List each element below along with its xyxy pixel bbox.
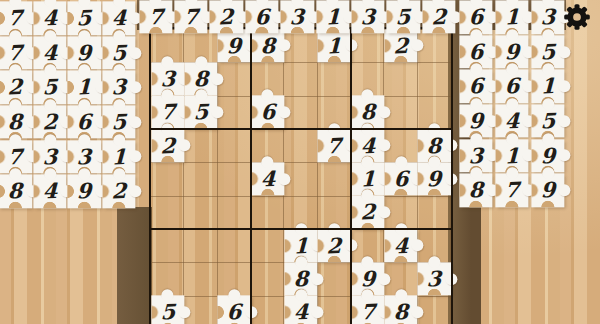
board-cell-r6c9[interactable] — [418, 196, 451, 229]
board-cell-r4c2[interactable] — [184, 129, 217, 162]
board-cell-r2c5[interactable] — [284, 62, 317, 95]
board-cell-r7c8[interactable]: 4 — [384, 229, 417, 262]
tray-left-piece[interactable]: 9 — [68, 175, 101, 208]
board-piece[interactable]: 6 — [218, 296, 251, 324]
board-cell-r9c5[interactable]: 4 — [284, 296, 317, 324]
tray-left-piece[interactable]: 2 — [102, 175, 135, 208]
board-cell-r9c4[interactable] — [251, 296, 284, 324]
board-cell-r6c2[interactable] — [184, 196, 217, 229]
board-cell-r8c6[interactable] — [318, 262, 351, 295]
piece-digit: 2 — [351, 195, 385, 229]
board-piece[interactable]: 3 — [418, 262, 451, 295]
piece-digit: 4 — [284, 295, 318, 324]
piece-digit: 2 — [210, 0, 244, 34]
tray-top-piece[interactable]: 7 — [174, 0, 207, 33]
piece-tray-top: 772631352 — [138, 0, 457, 34]
piece-digit: 5 — [184, 95, 218, 129]
tray-top-cell-r1c6: 1 — [315, 0, 350, 34]
piece-digit: 4 — [251, 162, 285, 196]
board-cell-r7c4[interactable] — [251, 229, 284, 262]
tray-top-piece[interactable]: 5 — [387, 0, 420, 33]
piece-digit: 8 — [384, 295, 418, 324]
piece-digit: 7 — [351, 295, 385, 324]
tray-top-cell-r1c7: 3 — [350, 0, 385, 34]
board-cell-r7c2[interactable] — [184, 229, 217, 262]
board-cell-r6c4[interactable] — [251, 196, 284, 229]
piece-digit: 1 — [316, 0, 350, 34]
piece-tray-right: 613695661945319879 — [458, 0, 566, 208]
tray-top-piece[interactable]: 3 — [351, 0, 384, 33]
board-piece[interactable]: 2 — [351, 196, 384, 229]
board-cell-r5c2[interactable] — [184, 162, 217, 195]
settings-button[interactable] — [561, 1, 593, 33]
board-piece[interactable]: 6 — [384, 162, 417, 195]
tray-left-cell-r6c1: 8 — [0, 174, 33, 209]
piece-digit: 4 — [33, 174, 67, 208]
board-cell-r5c5[interactable] — [284, 162, 317, 195]
tray-top-cell-r1c3: 2 — [209, 0, 244, 34]
board-piece[interactable]: 2 — [318, 229, 351, 262]
tray-top-piece[interactable]: 1 — [316, 0, 349, 33]
piece-digit: 7 — [139, 0, 173, 34]
piece-digit: 8 — [0, 174, 32, 208]
piece-digit: 3 — [280, 0, 314, 34]
tray-top-cell-r1c4: 6 — [244, 0, 279, 34]
board-cell-r6c7[interactable]: 2 — [351, 196, 384, 229]
piece-digit: 7 — [495, 173, 529, 207]
board-piece[interactable]: 8 — [384, 296, 417, 324]
tray-top-cell-r1c9: 2 — [421, 0, 456, 34]
board-piece[interactable]: 1 — [318, 29, 351, 62]
board-cell-r2c6[interactable] — [318, 62, 351, 95]
board-cell-r8c9[interactable]: 3 — [418, 262, 451, 295]
board-piece[interactable]: 4 — [251, 162, 284, 195]
tray-right-piece[interactable]: 9 — [531, 174, 564, 207]
tray-top-piece[interactable]: 2 — [210, 0, 243, 33]
piece-digit: 5 — [386, 0, 420, 34]
tray-right-piece[interactable]: 7 — [495, 174, 528, 207]
board-cell-r4c3[interactable] — [218, 129, 251, 162]
piece-digit: 7 — [317, 128, 351, 162]
tray-left-cell-r6c4: 2 — [102, 174, 137, 209]
board-cell-r5c8[interactable]: 6 — [384, 162, 417, 195]
board-cell-r2c9[interactable] — [418, 62, 451, 95]
game-screen: 981238756827484169212489356478 745474952… — [0, 0, 600, 324]
board-cell-r2c8[interactable] — [384, 62, 417, 95]
tray-top-piece[interactable]: 3 — [281, 0, 314, 33]
piece-digit: 2 — [102, 174, 136, 208]
piece-digit: 6 — [217, 295, 251, 324]
tray-left-piece[interactable]: 4 — [33, 175, 66, 208]
board-cell-r9c1[interactable]: 5 — [151, 296, 184, 324]
board-cell-r6c1[interactable] — [151, 196, 184, 229]
piece-digit: 8 — [459, 173, 493, 207]
board-cell-r9c3[interactable]: 6 — [218, 296, 251, 324]
board-cell-r3c8[interactable] — [384, 96, 417, 129]
tray-left-piece[interactable]: 8 — [0, 175, 32, 208]
board-cell-r8c4[interactable] — [251, 262, 284, 295]
board-piece[interactable]: 9 — [418, 162, 451, 195]
piece-digit: 6 — [245, 0, 279, 34]
board-cell-r4c1[interactable]: 2 — [151, 129, 184, 162]
board-cell-r3c5[interactable] — [284, 96, 317, 129]
board-cell-r2c3[interactable] — [218, 62, 251, 95]
board-cell-r5c3[interactable] — [218, 162, 251, 195]
piece-digit: 4 — [384, 228, 418, 262]
board-cell-r9c9[interactable] — [418, 296, 451, 324]
board-cell-r3c2[interactable]: 5 — [184, 96, 217, 129]
board-piece[interactable]: 6 — [251, 96, 284, 129]
board-piece[interactable]: 4 — [384, 229, 417, 262]
tray-top-cell-r1c1: 7 — [138, 0, 173, 34]
board-cell-r4c5[interactable] — [284, 129, 317, 162]
tray-top-piece[interactable]: 7 — [139, 0, 172, 33]
board-cell-r3c3[interactable] — [218, 96, 251, 129]
tray-right-cell-r6c2: 7 — [494, 173, 530, 208]
tray-left-cell-r6c3: 9 — [67, 174, 102, 209]
piece-digit: 6 — [251, 95, 285, 129]
piece-digit: 9 — [68, 174, 102, 208]
tray-top-piece[interactable]: 6 — [245, 0, 278, 33]
board-piece[interactable]: 5 — [184, 96, 217, 129]
board-cell-r5c4[interactable]: 4 — [251, 162, 284, 195]
board-cell-r9c6[interactable] — [318, 296, 351, 324]
board-piece[interactable]: 7 — [351, 296, 384, 324]
board-cell-r6c3[interactable] — [218, 196, 251, 229]
piece-digit: 3 — [351, 0, 385, 34]
tray-right-piece[interactable]: 8 — [459, 174, 492, 207]
gear-icon — [561, 1, 593, 33]
board-piece[interactable]: 5 — [151, 296, 184, 324]
board-cell-r9c7[interactable]: 7 — [351, 296, 384, 324]
tray-right-cell-r6c1: 8 — [458, 173, 494, 208]
board-cell-r5c9[interactable]: 9 — [418, 162, 451, 195]
board-cell-r4c6[interactable]: 7 — [318, 129, 351, 162]
piece-digit: 5 — [151, 295, 185, 324]
piece-digit: 9 — [531, 173, 565, 207]
sudoku-board: 981238756827484169212489356478 — [151, 29, 451, 324]
board-cell-r5c1[interactable] — [151, 162, 184, 195]
board-cell-r9c8[interactable]: 8 — [384, 296, 417, 324]
piece-digit: 2 — [317, 228, 351, 262]
board-cell-r7c6[interactable]: 2 — [318, 229, 351, 262]
board-cell-r7c1[interactable] — [151, 229, 184, 262]
board-cells: 981238756827484169212489356478 — [151, 29, 451, 324]
board-cell-r5c6[interactable] — [318, 162, 351, 195]
board-cell-r9c2[interactable] — [184, 296, 217, 324]
tray-top-cell-r1c5: 3 — [280, 0, 315, 34]
board-cell-r8c2[interactable] — [184, 262, 217, 295]
tray-top-piece[interactable]: 2 — [422, 0, 455, 33]
board-cell-r7c3[interactable] — [218, 229, 251, 262]
board-piece[interactable]: 7 — [318, 129, 351, 162]
board-piece[interactable]: 4 — [284, 296, 317, 324]
piece-digit: 2 — [422, 0, 456, 34]
piece-digit: 3 — [417, 262, 451, 296]
tray-left-cell-r6c2: 4 — [33, 174, 68, 209]
piece-digit: 6 — [384, 162, 418, 196]
piece-tray-left: 745474952513826573318492 — [0, 1, 136, 209]
piece-digit: 2 — [151, 128, 185, 162]
piece-digit: 7 — [174, 0, 208, 34]
board-cell-r3c4[interactable]: 6 — [251, 96, 284, 129]
tray-top-cell-r1c2: 7 — [173, 0, 208, 34]
board-recess-left — [117, 207, 152, 324]
piece-digit: 9 — [417, 162, 451, 196]
tray-top-cell-r1c8: 5 — [386, 0, 421, 34]
board-piece[interactable]: 2 — [151, 129, 184, 162]
tray-right-cell-r6c3: 9 — [530, 173, 566, 208]
